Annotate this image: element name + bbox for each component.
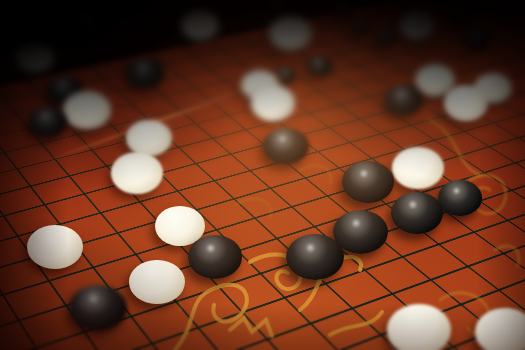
white-stone: ○ bbox=[392, 147, 444, 189]
stones-layer: ●●●●●○○●○●●○●●●○○○●●○○○●○●○○●●●○●○●●○●○○ bbox=[0, 0, 525, 350]
white-stone: ○ bbox=[126, 120, 172, 157]
black-stone: ● bbox=[69, 285, 127, 331]
black-stone: ● bbox=[270, 0, 286, 10]
black-stone: ● bbox=[438, 180, 482, 215]
white-stone: ○ bbox=[27, 225, 83, 270]
black-stone: ● bbox=[391, 192, 443, 234]
black-stone: ● bbox=[307, 56, 333, 77]
black-stone: ● bbox=[0, 0, 25, 16]
black-stone: ● bbox=[335, 2, 353, 16]
black-stone: ● bbox=[466, 28, 490, 47]
black-stone: ● bbox=[263, 128, 309, 165]
white-stone: ○ bbox=[111, 152, 163, 194]
black-stone: ● bbox=[188, 235, 242, 278]
go-board-photo: ●●●●●○○●○●●○●●●○○○●●○○○●○●○○●●●○●○●●○●○○ bbox=[0, 0, 525, 350]
white-stone: ○ bbox=[251, 85, 295, 120]
white-stone: ○ bbox=[269, 16, 312, 50]
black-stone: ● bbox=[286, 234, 344, 280]
white-stone: ○ bbox=[444, 85, 488, 120]
white-stone: ○ bbox=[63, 91, 111, 129]
white-stone: ○ bbox=[181, 10, 219, 40]
black-stone: ● bbox=[452, 7, 472, 23]
white-stone: ○ bbox=[400, 11, 434, 38]
black-stone: ● bbox=[70, 9, 106, 38]
black-stone: ● bbox=[352, 19, 369, 33]
white-stone: ○ bbox=[475, 308, 525, 350]
black-stone: ● bbox=[376, 29, 395, 44]
black-stone: ● bbox=[342, 161, 394, 203]
black-stone: ● bbox=[385, 85, 423, 115]
black-stone: ● bbox=[127, 58, 164, 88]
white-stone: ○ bbox=[129, 260, 185, 305]
black-stone: ● bbox=[29, 107, 67, 137]
black-stone: ● bbox=[276, 67, 296, 83]
white-stone: ○ bbox=[387, 304, 451, 350]
white-stone: ○ bbox=[16, 42, 54, 72]
